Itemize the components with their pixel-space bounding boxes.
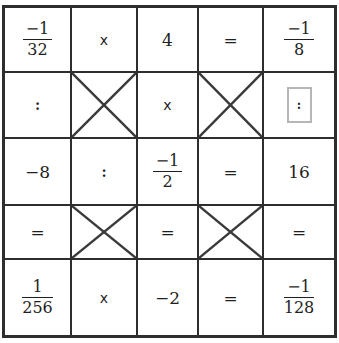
cell-r1c1: −132 xyxy=(4,7,71,72)
cross-icon xyxy=(72,73,136,137)
multiply-operator: x xyxy=(100,290,108,306)
fraction: −132 xyxy=(23,20,53,60)
divide-operator: : xyxy=(297,98,301,112)
cell-r4c2 xyxy=(71,205,137,259)
number-value: 16 xyxy=(288,162,310,182)
fraction-numerator: −1 xyxy=(23,20,53,40)
cross-icon xyxy=(199,73,262,137)
cell-r5c3: −2 xyxy=(137,259,198,336)
fraction-numerator: 1 xyxy=(22,278,53,298)
cell-r5c1: 1256 xyxy=(4,259,71,336)
fraction: −12 xyxy=(153,152,183,192)
cell-r1c5: −18 xyxy=(263,7,335,72)
cell-r4c3: = xyxy=(137,205,198,259)
divide-operator: : xyxy=(101,164,106,180)
fraction: −1128 xyxy=(284,278,315,318)
cell-r1c3: 4 xyxy=(137,7,198,72)
cell-r3c3: −12 xyxy=(137,138,198,205)
fraction-denominator: 2 xyxy=(153,172,183,191)
multiply-operator: x xyxy=(163,97,171,113)
puzzle-grid: −132 x 4 = −18 : x : −8 : −12 = 16 xyxy=(2,5,337,338)
number-value: −8 xyxy=(25,162,50,182)
number-value: 4 xyxy=(162,30,173,50)
cell-r2c1: : xyxy=(4,72,71,138)
fraction: −18 xyxy=(284,20,314,60)
cell-r4c4 xyxy=(198,205,263,259)
answer-box[interactable]: : xyxy=(287,87,312,123)
cell-r3c2: : xyxy=(71,138,137,205)
fraction-denominator: 32 xyxy=(23,40,53,59)
fraction-denominator: 128 xyxy=(284,298,315,317)
cell-r2c4 xyxy=(198,72,263,138)
divide-operator: : xyxy=(35,97,40,113)
cell-r4c1: = xyxy=(4,205,71,259)
equals-operator: = xyxy=(223,30,237,50)
equals-operator: = xyxy=(223,162,237,182)
equals-operator: = xyxy=(292,222,306,242)
cell-r5c4: = xyxy=(198,259,263,336)
fraction-numerator: −1 xyxy=(284,278,315,298)
cell-r1c2: x xyxy=(71,7,137,72)
cell-r4c5: = xyxy=(263,205,335,259)
cell-r2c3: x xyxy=(137,72,198,138)
equals-operator: = xyxy=(30,222,44,242)
fraction-denominator: 256 xyxy=(22,298,53,317)
fraction-numerator: −1 xyxy=(284,20,314,40)
cell-r2c2 xyxy=(71,72,137,138)
fraction-denominator: 8 xyxy=(284,40,314,59)
cell-r5c5: −1128 xyxy=(263,259,335,336)
equals-operator: = xyxy=(223,288,237,308)
cell-r2c5: : xyxy=(263,72,335,138)
cell-r3c4: = xyxy=(198,138,263,205)
number-value: −2 xyxy=(155,288,180,308)
cell-r5c2: x xyxy=(71,259,137,336)
equals-operator: = xyxy=(160,222,174,242)
fraction-numerator: −1 xyxy=(153,152,183,172)
fraction: 1256 xyxy=(22,278,53,318)
cross-icon xyxy=(72,206,136,258)
cell-r3c5: 16 xyxy=(263,138,335,205)
cell-r3c1: −8 xyxy=(4,138,71,205)
cell-r1c4: = xyxy=(198,7,263,72)
multiply-operator: x xyxy=(100,32,108,48)
cross-icon xyxy=(199,206,262,258)
